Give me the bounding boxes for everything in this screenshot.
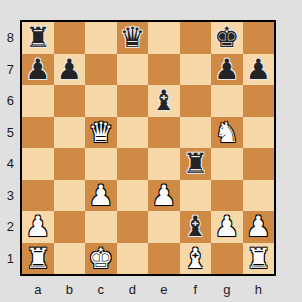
square-b7[interactable]: ♟: [54, 54, 86, 86]
square-e1[interactable]: [148, 243, 180, 275]
file-label-g: g: [211, 278, 243, 300]
square-f7[interactable]: [180, 54, 212, 86]
square-g8[interactable]: ♚: [211, 22, 243, 54]
square-h4[interactable]: [243, 148, 275, 180]
square-b6[interactable]: [54, 85, 86, 117]
square-f1[interactable]: ♝: [180, 243, 212, 275]
piece-white-pawn[interactable]: ♟: [25, 211, 50, 243]
file-label-c: c: [85, 278, 117, 300]
square-a1[interactable]: ♜: [22, 243, 54, 275]
rank-label-1: 1: [0, 243, 18, 275]
square-a6[interactable]: [22, 85, 54, 117]
file-label-a: a: [22, 278, 54, 300]
square-e2[interactable]: [148, 211, 180, 243]
square-b5[interactable]: [54, 117, 86, 149]
rank-label-7: 7: [0, 54, 18, 86]
square-f6[interactable]: [180, 85, 212, 117]
square-e6[interactable]: ♝: [148, 85, 180, 117]
square-c5[interactable]: ♛: [85, 117, 117, 149]
square-g2[interactable]: ♟: [211, 211, 243, 243]
piece-black-pawn[interactable]: ♟: [57, 54, 82, 86]
square-d1[interactable]: [117, 243, 149, 275]
piece-white-king[interactable]: ♚: [88, 243, 113, 275]
square-g1[interactable]: [211, 243, 243, 275]
piece-black-king[interactable]: ♚: [214, 22, 239, 54]
square-f8[interactable]: [180, 22, 212, 54]
piece-black-queen[interactable]: ♛: [120, 22, 145, 54]
rank-label-2: 2: [0, 211, 18, 243]
square-f5[interactable]: [180, 117, 212, 149]
piece-white-queen[interactable]: ♛: [88, 117, 113, 149]
piece-white-knight[interactable]: ♞: [214, 117, 239, 149]
square-e3[interactable]: ♟: [148, 180, 180, 212]
piece-black-pawn[interactable]: ♟: [25, 54, 50, 86]
square-e8[interactable]: [148, 22, 180, 54]
piece-black-pawn[interactable]: ♟: [214, 54, 239, 86]
square-a8[interactable]: ♜: [22, 22, 54, 54]
square-e4[interactable]: [148, 148, 180, 180]
square-b8[interactable]: [54, 22, 86, 54]
square-d7[interactable]: [117, 54, 149, 86]
piece-white-pawn[interactable]: ♟: [151, 180, 176, 212]
file-label-h: h: [243, 278, 275, 300]
file-label-b: b: [54, 278, 86, 300]
piece-black-bishop[interactable]: ♝: [183, 211, 208, 243]
square-c3[interactable]: ♟: [85, 180, 117, 212]
square-b4[interactable]: [54, 148, 86, 180]
square-g5[interactable]: ♞: [211, 117, 243, 149]
rank-labels: 87654321: [0, 22, 18, 274]
square-d3[interactable]: [117, 180, 149, 212]
chess-board: ♜♛♚♟♟♟♟♝♛♞♜♟♟♟♝♟♟♜♚♝♜: [22, 22, 274, 274]
rank-label-8: 8: [0, 22, 18, 54]
square-h7[interactable]: ♟: [243, 54, 275, 86]
file-label-e: e: [148, 278, 180, 300]
square-f2[interactable]: ♝: [180, 211, 212, 243]
square-f3[interactable]: [180, 180, 212, 212]
square-d2[interactable]: [117, 211, 149, 243]
square-a2[interactable]: ♟: [22, 211, 54, 243]
square-h8[interactable]: [243, 22, 275, 54]
square-d6[interactable]: [117, 85, 149, 117]
square-a7[interactable]: ♟: [22, 54, 54, 86]
piece-white-pawn[interactable]: ♟: [88, 180, 113, 212]
square-c1[interactable]: ♚: [85, 243, 117, 275]
rank-label-5: 5: [0, 117, 18, 149]
file-labels: abcdefgh: [22, 278, 274, 300]
piece-white-bishop[interactable]: ♝: [183, 243, 208, 275]
square-d4[interactable]: [117, 148, 149, 180]
piece-black-pawn[interactable]: ♟: [246, 54, 271, 86]
rank-label-4: 4: [0, 148, 18, 180]
square-h3[interactable]: [243, 180, 275, 212]
square-g3[interactable]: [211, 180, 243, 212]
piece-white-rook[interactable]: ♜: [246, 243, 271, 275]
square-b2[interactable]: [54, 211, 86, 243]
square-h5[interactable]: [243, 117, 275, 149]
piece-white-rook[interactable]: ♜: [25, 243, 50, 275]
board-frame: ♜♛♚♟♟♟♟♝♛♞♜♟♟♟♝♟♟♜♚♝♜: [20, 20, 276, 276]
file-label-f: f: [180, 278, 212, 300]
square-a3[interactable]: [22, 180, 54, 212]
square-c7[interactable]: [85, 54, 117, 86]
rank-label-6: 6: [0, 85, 18, 117]
square-h2[interactable]: ♟: [243, 211, 275, 243]
square-h1[interactable]: ♜: [243, 243, 275, 275]
piece-black-rook[interactable]: ♜: [183, 148, 208, 180]
square-c4[interactable]: [85, 148, 117, 180]
square-c2[interactable]: [85, 211, 117, 243]
square-b3[interactable]: [54, 180, 86, 212]
square-h6[interactable]: [243, 85, 275, 117]
file-label-d: d: [117, 278, 149, 300]
square-g6[interactable]: [211, 85, 243, 117]
square-g4[interactable]: [211, 148, 243, 180]
square-g7[interactable]: ♟: [211, 54, 243, 86]
square-a4[interactable]: [22, 148, 54, 180]
square-c8[interactable]: [85, 22, 117, 54]
square-f4[interactable]: ♜: [180, 148, 212, 180]
square-e7[interactable]: [148, 54, 180, 86]
square-e5[interactable]: [148, 117, 180, 149]
square-d5[interactable]: [117, 117, 149, 149]
square-c6[interactable]: [85, 85, 117, 117]
square-d8[interactable]: ♛: [117, 22, 149, 54]
piece-black-rook[interactable]: ♜: [25, 22, 50, 54]
square-b1[interactable]: [54, 243, 86, 275]
square-a5[interactable]: [22, 117, 54, 149]
piece-white-pawn[interactable]: ♟: [214, 211, 239, 243]
piece-white-pawn[interactable]: ♟: [246, 211, 271, 243]
rank-label-3: 3: [0, 180, 18, 212]
piece-black-bishop[interactable]: ♝: [151, 85, 176, 117]
